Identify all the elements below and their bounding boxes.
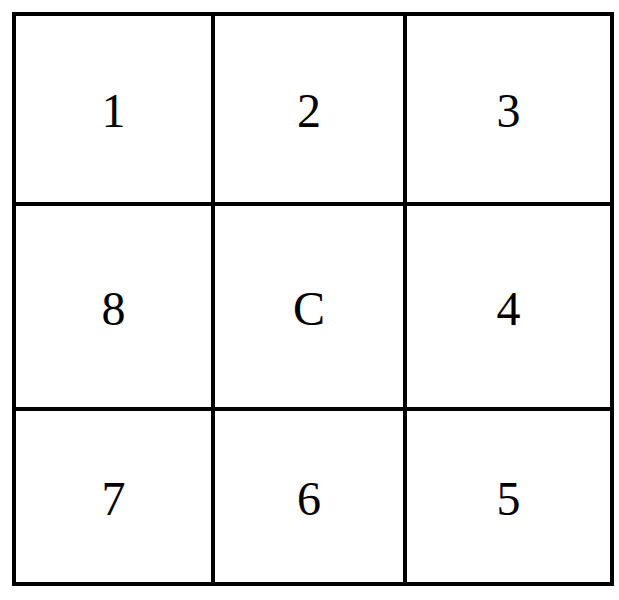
cell-r1c2: 2 [215, 16, 403, 202]
cell-r3c1: 7 [16, 411, 211, 582]
cell-label: 6 [297, 475, 321, 523]
neighborhood-grid-board: 1 2 3 8 C 4 7 6 5 [12, 12, 614, 586]
cell-label: 1 [102, 87, 126, 135]
cell-r1c1: 1 [16, 16, 211, 202]
cell-r2c3: 4 [407, 206, 610, 407]
cell-r3c2: 6 [215, 411, 403, 582]
cell-label: 7 [102, 475, 126, 523]
cell-label: 5 [497, 475, 521, 523]
cell-label: 2 [297, 87, 321, 135]
cell-label: 8 [102, 285, 126, 333]
cell-label: 3 [497, 87, 521, 135]
cell-label: C [293, 285, 325, 333]
cell-r2c2-center: C [215, 206, 403, 407]
cell-r2c1: 8 [16, 206, 211, 407]
cell-r3c3: 5 [407, 411, 610, 582]
cell-label: 4 [497, 285, 521, 333]
cell-r1c3: 3 [407, 16, 610, 202]
